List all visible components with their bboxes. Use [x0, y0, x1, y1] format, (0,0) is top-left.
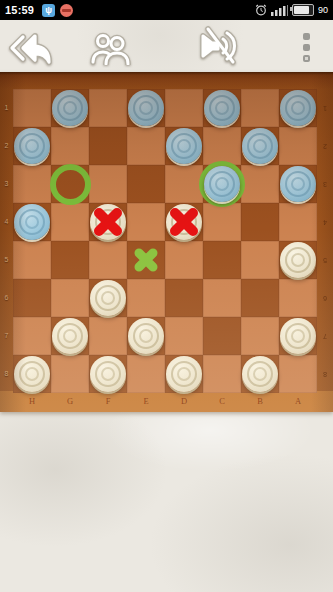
checkers-board: 12345678 12345678 HGFEDCBA [0, 72, 333, 412]
cell-H5[interactable] [13, 241, 51, 279]
rank-label: 2 [317, 127, 333, 165]
cell-F3[interactable] [89, 165, 127, 203]
cell-A8[interactable] [279, 355, 317, 393]
blue-piece[interactable] [280, 90, 316, 126]
blue-piece[interactable] [52, 90, 88, 126]
rank-label: 3 [0, 165, 13, 203]
file-label: F [89, 393, 127, 412]
file-label: G [51, 393, 89, 412]
white-piece[interactable] [166, 356, 202, 392]
rank-label: 6 [317, 279, 333, 317]
cell-D6[interactable] [165, 279, 203, 317]
menu-dot-icon [303, 33, 310, 40]
rank-label: 3 [317, 165, 333, 203]
players-button[interactable] [89, 31, 131, 65]
menu-dot-icon [303, 55, 310, 62]
cell-H2[interactable] [13, 127, 51, 165]
cell-H6[interactable] [13, 279, 51, 317]
cell-G6[interactable] [51, 279, 89, 317]
white-piece[interactable] [14, 356, 50, 392]
cell-C2[interactable] [203, 127, 241, 165]
battery-percent: 90 [318, 5, 328, 15]
cell-C1[interactable] [203, 89, 241, 127]
cell-D4[interactable] [165, 203, 203, 241]
green-x-marker [131, 245, 161, 275]
alarm-clock-icon [255, 4, 267, 16]
cell-C4[interactable] [203, 203, 241, 241]
cell-E4[interactable] [127, 203, 165, 241]
cell-E6[interactable] [127, 279, 165, 317]
rank-label: 8 [0, 355, 13, 393]
file-label: H [13, 393, 51, 412]
cell-H3[interactable] [13, 165, 51, 203]
cell-C3[interactable] [203, 165, 241, 203]
file-label: B [241, 393, 279, 412]
cell-E1[interactable] [127, 89, 165, 127]
cell-B8[interactable] [241, 355, 279, 393]
cell-G5[interactable] [51, 241, 89, 279]
cell-D1[interactable] [165, 89, 203, 127]
cell-A7[interactable] [279, 317, 317, 355]
cell-F7[interactable] [89, 317, 127, 355]
rank-label: 1 [317, 89, 333, 127]
cell-D5[interactable] [165, 241, 203, 279]
blue-piece[interactable] [14, 204, 50, 240]
cell-G3[interactable] [51, 165, 89, 203]
cell-B7[interactable] [241, 317, 279, 355]
rank-label: 7 [317, 317, 333, 355]
cell-F4[interactable] [89, 203, 127, 241]
cell-G8[interactable] [51, 355, 89, 393]
cell-E5[interactable] [127, 241, 165, 279]
cell-C6[interactable] [203, 279, 241, 317]
status-bar[interactable]: 15:59 ψ 90 [0, 0, 333, 20]
rank-labels-left: 12345678 [0, 89, 13, 393]
cell-E3[interactable] [127, 165, 165, 203]
green-ring-marker [50, 164, 91, 205]
overflow-menu-button[interactable] [298, 33, 314, 65]
cell-E8[interactable] [127, 355, 165, 393]
cell-A6[interactable] [279, 279, 317, 317]
white-piece[interactable] [280, 318, 316, 354]
file-label: A [279, 393, 317, 412]
blue-piece[interactable] [14, 128, 50, 164]
white-piece[interactable] [90, 280, 126, 316]
cell-H8[interactable] [13, 355, 51, 393]
cell-F2[interactable] [89, 127, 127, 165]
red-x-marker [91, 205, 125, 239]
board-grid [13, 89, 317, 393]
blue-piece[interactable] [166, 128, 202, 164]
clock-time: 15:59 [5, 4, 34, 16]
do-not-disturb-icon [60, 4, 73, 17]
phone-screen: 15:59 ψ 90 [0, 0, 333, 592]
cell-C8[interactable] [203, 355, 241, 393]
cell-G2[interactable] [51, 127, 89, 165]
back-undo-button[interactable] [6, 28, 52, 68]
cell-F5[interactable] [89, 241, 127, 279]
white-piece[interactable] [280, 242, 316, 278]
cell-C7[interactable] [203, 317, 241, 355]
rank-label: 2 [0, 127, 13, 165]
blue-piece[interactable] [280, 166, 316, 202]
file-label: E [127, 393, 165, 412]
sound-mute-button[interactable] [195, 24, 241, 66]
cell-A5[interactable] [279, 241, 317, 279]
rank-label: 5 [0, 241, 13, 279]
cell-A4[interactable] [279, 203, 317, 241]
cell-C5[interactable] [203, 241, 241, 279]
white-piece[interactable] [242, 356, 278, 392]
rank-labels-right: 12345678 [317, 89, 333, 393]
cell-E2[interactable] [127, 127, 165, 165]
cell-F1[interactable] [89, 89, 127, 127]
cell-A3[interactable] [279, 165, 317, 203]
cell-B2[interactable] [241, 127, 279, 165]
cell-G1[interactable] [51, 89, 89, 127]
cell-D2[interactable] [165, 127, 203, 165]
blue-piece[interactable] [242, 128, 278, 164]
cell-B1[interactable] [241, 89, 279, 127]
usb-icon: ψ [42, 4, 55, 17]
file-label: C [203, 393, 241, 412]
file-label: D [165, 393, 203, 412]
rank-label: 7 [0, 317, 13, 355]
cell-B5[interactable] [241, 241, 279, 279]
cell-B3[interactable] [241, 165, 279, 203]
file-labels-bottom: HGFEDCBA [13, 393, 317, 412]
cell-F8[interactable] [89, 355, 127, 393]
white-piece[interactable] [52, 318, 88, 354]
cell-G4[interactable] [51, 203, 89, 241]
rank-label: 8 [317, 355, 333, 393]
cell-G7[interactable] [51, 317, 89, 355]
cell-F6[interactable] [89, 279, 127, 317]
menu-dot-icon [303, 44, 310, 51]
cell-A1[interactable] [279, 89, 317, 127]
red-x-marker [167, 205, 201, 239]
signal-strength-icon [271, 4, 288, 16]
white-piece[interactable] [90, 356, 126, 392]
cell-H1[interactable] [13, 89, 51, 127]
cell-D7[interactable] [165, 317, 203, 355]
rank-label: 4 [317, 203, 333, 241]
rank-label: 4 [0, 203, 13, 241]
cell-H4[interactable] [13, 203, 51, 241]
cell-H7[interactable] [13, 317, 51, 355]
white-piece[interactable] [128, 318, 164, 354]
battery-icon [292, 4, 314, 16]
toolbar [0, 20, 333, 72]
blue-piece[interactable] [204, 166, 240, 202]
cell-B4[interactable] [241, 203, 279, 241]
blue-piece[interactable] [128, 90, 164, 126]
rank-label: 6 [0, 279, 13, 317]
cell-E7[interactable] [127, 317, 165, 355]
cell-D3[interactable] [165, 165, 203, 203]
rank-label: 1 [0, 89, 13, 127]
rank-label: 5 [317, 241, 333, 279]
cell-D8[interactable] [165, 355, 203, 393]
cell-A2[interactable] [279, 127, 317, 165]
cell-B6[interactable] [241, 279, 279, 317]
blue-piece[interactable] [204, 90, 240, 126]
